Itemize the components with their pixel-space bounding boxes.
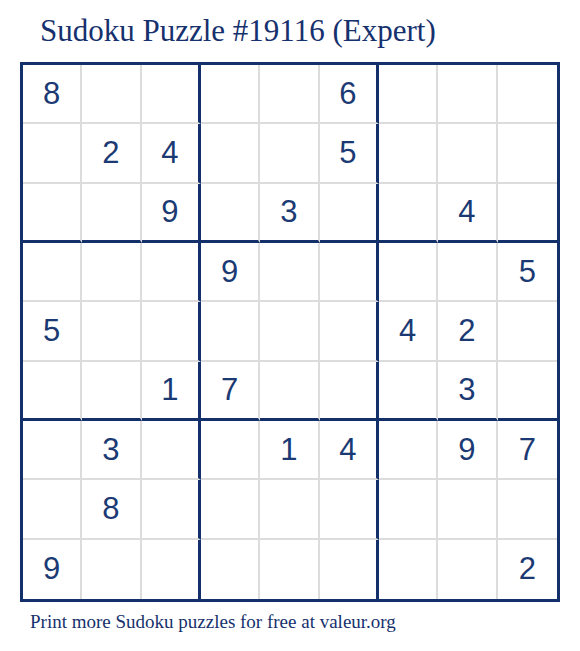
cell-r1c4[interactable] <box>201 65 260 124</box>
cell-r9c7[interactable] <box>379 540 438 599</box>
cell-r3c7[interactable] <box>379 184 438 243</box>
cell-r2c5[interactable] <box>260 124 319 183</box>
cell-r7c1[interactable] <box>23 421 82 480</box>
cell-r3c5: 3 <box>260 184 319 243</box>
cell-r6c4: 7 <box>201 362 260 421</box>
cell-r6c6[interactable] <box>320 362 379 421</box>
cell-r1c8[interactable] <box>438 65 497 124</box>
cell-r6c7[interactable] <box>379 362 438 421</box>
cell-r2c4[interactable] <box>201 124 260 183</box>
cell-r4c9: 5 <box>498 243 557 302</box>
cell-r7c7[interactable] <box>379 421 438 480</box>
cell-r7c8: 9 <box>438 421 497 480</box>
cell-r3c3: 9 <box>142 184 201 243</box>
cell-r4c4: 9 <box>201 243 260 302</box>
cell-r1c1: 8 <box>23 65 82 124</box>
cell-r5c2[interactable] <box>82 302 141 361</box>
cell-r8c5[interactable] <box>260 480 319 539</box>
cell-r4c2[interactable] <box>82 243 141 302</box>
cell-r4c3[interactable] <box>142 243 201 302</box>
cell-r8c4[interactable] <box>201 480 260 539</box>
cell-r3c6[interactable] <box>320 184 379 243</box>
cell-r1c2[interactable] <box>82 65 141 124</box>
cell-r7c6: 4 <box>320 421 379 480</box>
cell-r5c4[interactable] <box>201 302 260 361</box>
cell-r2c6: 5 <box>320 124 379 183</box>
cell-r1c6: 6 <box>320 65 379 124</box>
cell-r7c4[interactable] <box>201 421 260 480</box>
cell-r6c3: 1 <box>142 362 201 421</box>
footer-text: Print more Sudoku puzzles for free at va… <box>30 611 396 634</box>
cell-r4c1[interactable] <box>23 243 82 302</box>
cell-r2c2: 2 <box>82 124 141 183</box>
cell-r9c1: 9 <box>23 540 82 599</box>
cell-r6c2[interactable] <box>82 362 141 421</box>
page-title: Sudoku Puzzle #19116 (Expert) <box>40 14 436 48</box>
cell-r3c1[interactable] <box>23 184 82 243</box>
cell-r5c1: 5 <box>23 302 82 361</box>
cell-r3c8: 4 <box>438 184 497 243</box>
cell-r2c3: 4 <box>142 124 201 183</box>
cell-r7c3[interactable] <box>142 421 201 480</box>
cell-r6c8: 3 <box>438 362 497 421</box>
cell-r5c8: 2 <box>438 302 497 361</box>
cell-r7c5: 1 <box>260 421 319 480</box>
cell-r9c5[interactable] <box>260 540 319 599</box>
cell-r4c8[interactable] <box>438 243 497 302</box>
cell-r2c7[interactable] <box>379 124 438 183</box>
cell-r5c6[interactable] <box>320 302 379 361</box>
cell-r1c3[interactable] <box>142 65 201 124</box>
cell-r5c9[interactable] <box>498 302 557 361</box>
cell-r6c1[interactable] <box>23 362 82 421</box>
cell-r2c1[interactable] <box>23 124 82 183</box>
cell-r9c8[interactable] <box>438 540 497 599</box>
cell-r3c9[interactable] <box>498 184 557 243</box>
cell-r5c3[interactable] <box>142 302 201 361</box>
cell-r9c9: 2 <box>498 540 557 599</box>
cell-r7c9: 7 <box>498 421 557 480</box>
sudoku-page: Sudoku Puzzle #19116 (Expert) 8624593495… <box>0 0 580 651</box>
cell-r4c7[interactable] <box>379 243 438 302</box>
cell-r1c5[interactable] <box>260 65 319 124</box>
cell-r8c7[interactable] <box>379 480 438 539</box>
cell-r7c2: 3 <box>82 421 141 480</box>
cell-r9c3[interactable] <box>142 540 201 599</box>
cell-r3c4[interactable] <box>201 184 260 243</box>
cell-r8c3[interactable] <box>142 480 201 539</box>
cell-r3c2[interactable] <box>82 184 141 243</box>
cell-r1c9[interactable] <box>498 65 557 124</box>
cell-r8c8[interactable] <box>438 480 497 539</box>
cell-r6c5[interactable] <box>260 362 319 421</box>
cell-r4c5[interactable] <box>260 243 319 302</box>
cell-r9c4[interactable] <box>201 540 260 599</box>
cell-r5c5[interactable] <box>260 302 319 361</box>
cell-r8c1[interactable] <box>23 480 82 539</box>
cell-r2c9[interactable] <box>498 124 557 183</box>
cell-r9c2[interactable] <box>82 540 141 599</box>
cell-r6c9[interactable] <box>498 362 557 421</box>
cell-r2c8[interactable] <box>438 124 497 183</box>
cell-r8c9[interactable] <box>498 480 557 539</box>
cell-r4c6[interactable] <box>320 243 379 302</box>
cell-r1c7[interactable] <box>379 65 438 124</box>
cell-r8c6[interactable] <box>320 480 379 539</box>
cell-r9c6[interactable] <box>320 540 379 599</box>
sudoku-board: 862459349554217331497892 <box>20 62 560 602</box>
cell-r8c2: 8 <box>82 480 141 539</box>
cell-r5c7: 4 <box>379 302 438 361</box>
